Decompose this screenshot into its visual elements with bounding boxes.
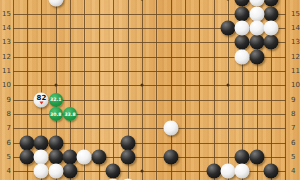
row-label-right-5: 5 [291, 154, 300, 161]
white-stone-S14 [249, 20, 264, 35]
last-move-red-marker [39, 102, 43, 105]
row-label-right-11: 11 [291, 68, 300, 75]
white-stone-C9: 82 [34, 92, 49, 107]
row-label-right-4: 4 [291, 168, 300, 175]
go-board-screen: 151413121110987654151413121110987654 82 … [0, 0, 300, 180]
white-stone-M7 [163, 121, 178, 136]
white-stone-J3 [120, 178, 135, 180]
row-label-left-15: 15 [2, 10, 11, 17]
white-stone-H3 [106, 178, 121, 180]
black-stone-R13 [235, 35, 250, 50]
black-stone-H4 [106, 164, 121, 179]
black-stone-T15 [264, 6, 279, 21]
row-label-left-13: 13 [2, 39, 11, 46]
row-label-right-13: 13 [291, 39, 300, 46]
black-stone-B5 [20, 150, 35, 165]
black-stone-E4 [63, 164, 78, 179]
row-label-right-7: 7 [291, 125, 300, 132]
hoshi-point [226, 0, 229, 1]
row-label-left-9: 9 [2, 96, 11, 103]
white-stone-Q4 [220, 164, 235, 179]
black-stone-J5 [120, 150, 135, 165]
row-label-left-4: 4 [2, 168, 11, 175]
white-stone-T14 [264, 20, 279, 35]
white-stone-C4 [34, 164, 49, 179]
row-label-right-6: 6 [291, 139, 300, 146]
row-label-left-14: 14 [2, 24, 11, 31]
row-label-left-7: 7 [2, 125, 11, 132]
white-stone-R12 [235, 49, 250, 64]
row-label-right-10: 10 [291, 82, 300, 89]
white-stone-C5 [34, 150, 49, 165]
ai-hint-value: 33.8 [63, 107, 77, 121]
black-stone-D5 [48, 150, 63, 165]
row-label-right-9: 9 [291, 96, 300, 103]
black-stone-S13 [249, 35, 264, 50]
row-label-left-10: 10 [2, 82, 11, 89]
white-stone-S15 [249, 6, 264, 21]
black-stone-C6 [34, 135, 49, 150]
ai-hint-E8[interactable]: 33.8 [63, 107, 77, 121]
white-stone-R4 [235, 164, 250, 179]
row-label-left-5: 5 [2, 154, 11, 161]
row-label-left-6: 6 [2, 139, 11, 146]
black-stone-J6 [120, 135, 135, 150]
ai-hint-D8[interactable]: 30.8 [49, 107, 63, 121]
white-stone-D16 [48, 0, 63, 7]
grid-hline [13, 128, 287, 129]
black-stone-B6 [20, 135, 35, 150]
ai-hint-value: 32.1 [49, 93, 63, 107]
ai-hint-value: 30.8 [49, 107, 63, 121]
hoshi-point [140, 84, 143, 87]
black-stone-T4 [264, 164, 279, 179]
row-label-left-11: 11 [2, 68, 11, 75]
hoshi-point [140, 170, 143, 173]
hoshi-point [140, 0, 143, 1]
black-stone-S12 [249, 49, 264, 64]
row-label-left-12: 12 [2, 53, 11, 60]
black-stone-Q14 [220, 20, 235, 35]
white-stone-R14 [235, 20, 250, 35]
white-stone-D4 [48, 164, 63, 179]
row-label-right-15: 15 [291, 10, 300, 17]
row-label-right-8: 8 [291, 111, 300, 118]
white-stone-F5 [77, 150, 92, 165]
row-label-right-14: 14 [291, 24, 300, 31]
black-stone-G5 [91, 150, 106, 165]
black-stone-M5 [163, 150, 178, 165]
black-stone-E5 [63, 150, 78, 165]
row-label-right-12: 12 [291, 53, 300, 60]
hoshi-point [54, 84, 57, 87]
black-stone-R5 [235, 150, 250, 165]
black-stone-P4 [206, 164, 221, 179]
row-label-left-8: 8 [2, 111, 11, 118]
ai-hint-D9[interactable]: 32.1 [49, 93, 63, 107]
hoshi-point [226, 84, 229, 87]
grid-hline [13, 71, 287, 72]
black-stone-R15 [235, 6, 250, 21]
black-stone-T13 [264, 35, 279, 50]
black-stone-S5 [249, 150, 264, 165]
black-stone-D6 [48, 135, 63, 150]
